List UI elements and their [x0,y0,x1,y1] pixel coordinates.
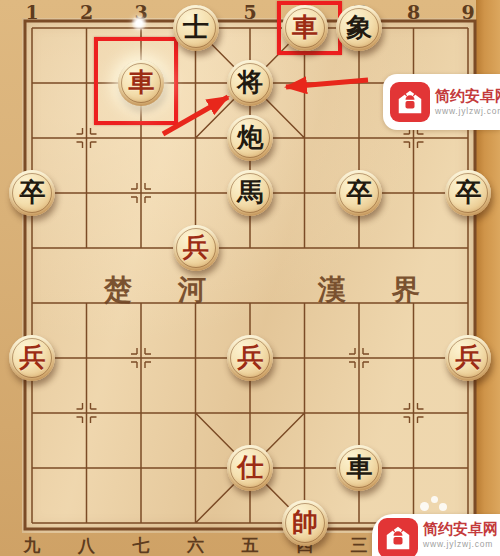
piece-char: 将 [237,69,263,95]
piece-char: 卒 [455,179,481,205]
site-url: www.jylzwj.com [423,540,498,549]
piece-char: 車 [346,454,372,480]
piece-char: 仕 [237,454,263,480]
site-logo-icon [390,82,430,122]
piece-char: 炮 [237,124,263,150]
site-watermark-bottom: 简约安卓网 www.jylzwj.com [372,514,500,556]
piece-black-将[interactable]: 将 [227,60,273,106]
piece-char: 車 [128,69,154,95]
piece-black-卒[interactable]: 卒 [9,170,55,216]
piece-char: 兵 [183,234,209,260]
piece-char: 兵 [455,344,481,370]
piece-char: 象 [346,14,372,40]
piece-black-士[interactable]: 士 [173,5,219,51]
piece-red-兵[interactable]: 兵 [445,335,491,381]
piece-char: 馬 [237,179,263,205]
xiangqi-board-screen: 123456789 九八七六五四三二一 楚 河 漢 界 士車象車将炮馬卒卒卒兵兵… [0,0,500,556]
piece-char: 卒 [19,179,45,205]
site-watermark-top: 简约安卓网 www.jylzwj.com [383,74,500,130]
piece-char: 車 [292,14,318,40]
site-name: 简约安卓网 [423,521,498,538]
site-logo-icon [378,518,418,556]
piece-red-兵[interactable]: 兵 [9,335,55,381]
piece-black-卒[interactable]: 卒 [336,170,382,216]
piece-char: 卒 [346,179,372,205]
piece-red-車[interactable]: 車 [282,5,328,51]
piece-red-車[interactable]: 車 [118,60,164,106]
piece-char: 士 [183,14,209,40]
paw-watermark [418,496,448,512]
piece-black-象[interactable]: 象 [336,5,382,51]
piece-red-兵[interactable]: 兵 [173,225,219,271]
sparkle-effect [131,15,147,31]
site-name: 简约安卓网 [435,88,500,105]
piece-red-帥[interactable]: 帥 [282,500,328,546]
piece-black-車[interactable]: 車 [336,445,382,491]
piece-char: 兵 [19,344,45,370]
piece-red-仕[interactable]: 仕 [227,445,273,491]
piece-black-炮[interactable]: 炮 [227,115,273,161]
piece-char: 帥 [292,509,318,535]
piece-char: 兵 [237,344,263,370]
piece-black-卒[interactable]: 卒 [445,170,491,216]
piece-red-兵[interactable]: 兵 [227,335,273,381]
piece-black-馬[interactable]: 馬 [227,170,273,216]
site-url: www.jylzwj.com [435,107,500,116]
